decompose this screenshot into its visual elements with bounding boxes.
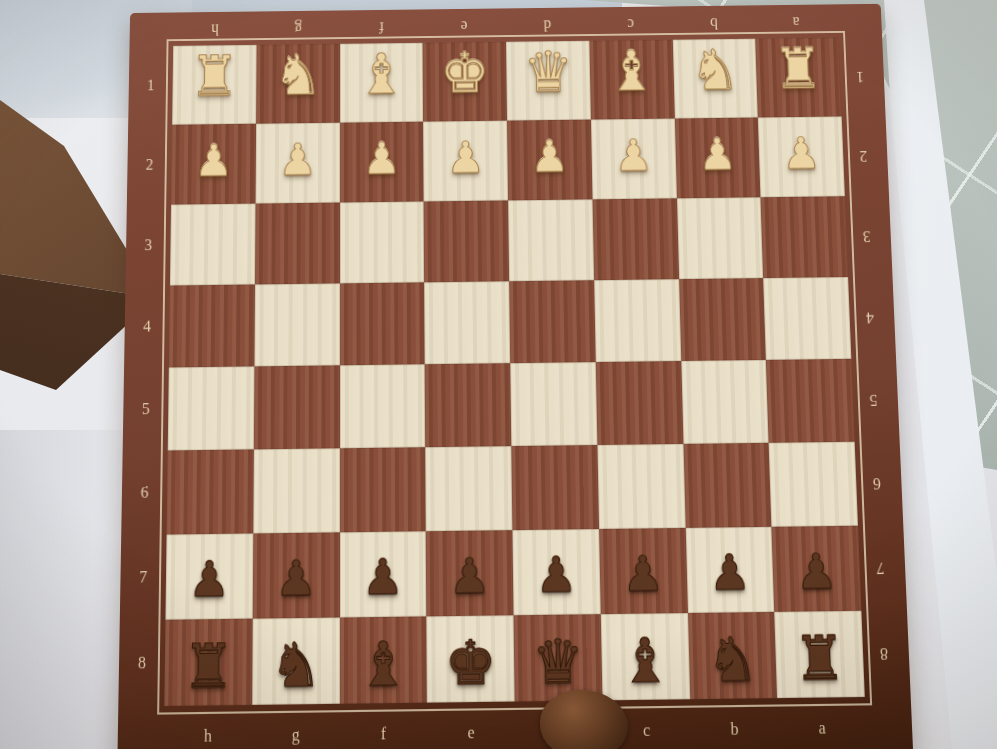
piece-black-pawn-b7[interactable]: ♟ xyxy=(708,547,751,596)
file-label-d-flipped: d xyxy=(506,12,589,38)
square-c3[interactable] xyxy=(592,198,678,280)
file-label-f: f xyxy=(339,720,427,749)
square-e5[interactable] xyxy=(425,363,511,447)
square-h6[interactable] xyxy=(167,449,254,534)
square-a4[interactable] xyxy=(763,277,851,360)
square-b6[interactable] xyxy=(683,443,772,528)
square-e2[interactable]: ♟ xyxy=(423,121,508,202)
square-f1[interactable]: ♝ xyxy=(340,43,424,123)
rank-label-5-flipped: 5 xyxy=(858,358,889,441)
piece-white-knight-b1[interactable]: ♞ xyxy=(689,42,740,98)
piece-black-pawn-g7[interactable]: ♟ xyxy=(275,553,317,602)
square-b4[interactable] xyxy=(679,278,766,361)
file-label-g: g xyxy=(252,721,340,749)
file-label-e: e xyxy=(427,718,515,747)
piece-black-pawn-c7[interactable]: ♟ xyxy=(622,548,665,597)
square-g8[interactable]: ♞ xyxy=(252,618,340,705)
square-c4[interactable] xyxy=(594,279,681,362)
piece-black-bishop-f8[interactable]: ♝ xyxy=(357,633,409,695)
square-e8[interactable]: ♚ xyxy=(427,615,515,702)
square-d3[interactable] xyxy=(508,199,594,281)
square-f3[interactable] xyxy=(340,201,425,283)
square-a3[interactable] xyxy=(761,196,848,278)
rank-label-8: 8 xyxy=(127,620,156,707)
piece-white-pawn-a2[interactable]: ♟ xyxy=(781,131,821,175)
rank-label-4-flipped: 4 xyxy=(855,277,886,359)
piece-white-queen-d1[interactable]: ♛ xyxy=(523,44,573,100)
square-h4[interactable] xyxy=(169,284,255,367)
piece-white-pawn-g2[interactable]: ♟ xyxy=(278,137,317,181)
piece-black-queen-d8[interactable]: ♛ xyxy=(531,631,584,693)
rank-label-3-flipped: 3 xyxy=(852,196,882,277)
piece-white-pawn-h2[interactable]: ♟ xyxy=(194,138,233,182)
square-a7[interactable]: ♟ xyxy=(772,526,862,612)
square-e4[interactable] xyxy=(424,281,510,364)
square-a2[interactable]: ♟ xyxy=(758,116,845,197)
square-d4[interactable] xyxy=(509,280,595,363)
square-d8[interactable]: ♛ xyxy=(514,614,603,701)
rank-label-1-flipped: 1 xyxy=(845,37,875,116)
square-b8[interactable]: ♞ xyxy=(687,612,777,699)
file-label-h-flipped: h xyxy=(173,16,256,42)
square-d6[interactable] xyxy=(511,445,599,530)
square-g1[interactable]: ♞ xyxy=(256,44,340,124)
piece-black-pawn-e7[interactable]: ♟ xyxy=(449,551,491,600)
square-a6[interactable] xyxy=(769,442,858,527)
rank-label-3: 3 xyxy=(134,205,162,286)
square-b1[interactable]: ♞ xyxy=(672,39,758,119)
piece-white-pawn-d2[interactable]: ♟ xyxy=(530,134,569,178)
square-e6[interactable] xyxy=(425,446,512,531)
coords-bottom: hgfedcba xyxy=(164,714,867,749)
square-c2[interactable]: ♟ xyxy=(591,119,677,200)
piece-black-pawn-h7[interactable]: ♟ xyxy=(188,554,230,603)
rank-label-6-flipped: 6 xyxy=(862,441,893,525)
square-h1[interactable]: ♜ xyxy=(172,45,256,125)
square-e7[interactable]: ♟ xyxy=(426,530,514,616)
square-f7[interactable]: ♟ xyxy=(340,531,427,617)
square-c7[interactable]: ♟ xyxy=(599,528,688,614)
square-f6[interactable] xyxy=(340,447,426,532)
square-g5[interactable] xyxy=(254,365,340,449)
square-g3[interactable] xyxy=(255,203,340,285)
rank-label-5: 5 xyxy=(131,368,160,451)
rank-label-7: 7 xyxy=(129,535,158,621)
square-h5[interactable] xyxy=(168,366,254,450)
square-h8[interactable]: ♜ xyxy=(164,619,252,706)
square-f4[interactable] xyxy=(340,282,425,365)
piece-white-pawn-f2[interactable]: ♟ xyxy=(362,136,401,180)
rank-label-7-flipped: 7 xyxy=(865,525,896,610)
piece-black-knight-g8[interactable]: ♞ xyxy=(270,634,322,696)
square-a8[interactable]: ♜ xyxy=(774,611,864,698)
square-b2[interactable]: ♟ xyxy=(674,117,760,198)
file-label-b: b xyxy=(690,715,779,744)
piece-white-pawn-c2[interactable]: ♟ xyxy=(614,133,654,177)
file-label-f-flipped: f xyxy=(340,14,423,40)
rank-label-1: 1 xyxy=(137,46,165,125)
rank-label-4: 4 xyxy=(133,286,161,368)
square-c1[interactable]: ♝ xyxy=(589,40,674,120)
square-h3[interactable] xyxy=(170,204,255,286)
square-d2[interactable]: ♟ xyxy=(507,120,592,201)
square-b7[interactable]: ♟ xyxy=(685,527,774,613)
rank-label-8-flipped: 8 xyxy=(868,610,899,697)
square-g6[interactable] xyxy=(253,448,339,533)
piece-white-bishop-c1[interactable]: ♝ xyxy=(606,43,657,99)
square-e1[interactable]: ♚ xyxy=(423,42,507,122)
square-g4[interactable] xyxy=(254,283,339,366)
piece-white-king-e1[interactable]: ♚ xyxy=(440,45,490,101)
square-d5[interactable] xyxy=(510,362,597,446)
piece-white-rook-a1[interactable]: ♜ xyxy=(772,41,823,97)
piece-black-pawn-d7[interactable]: ♟ xyxy=(535,549,577,598)
square-c6[interactable] xyxy=(597,444,685,529)
board-grid: ♜♞♝♚♛♝♞♜♟♟♟♟♟♟♟♟♟♟♟♟♟♟♟♟♜♞♝♚♛♝♞♜ xyxy=(164,38,865,706)
file-label-e-flipped: e xyxy=(423,13,506,39)
square-g7[interactable]: ♟ xyxy=(252,532,339,618)
piece-black-knight-b8[interactable]: ♞ xyxy=(706,629,760,691)
piece-black-pawn-a7[interactable]: ♟ xyxy=(795,546,838,595)
piece-white-knight-g1[interactable]: ♞ xyxy=(273,47,323,103)
file-label-a-flipped: a xyxy=(754,9,838,35)
piece-black-pawn-f7[interactable]: ♟ xyxy=(362,552,404,601)
square-h7[interactable]: ♟ xyxy=(165,533,253,619)
square-e3[interactable] xyxy=(424,200,509,282)
square-f2[interactable]: ♟ xyxy=(340,122,424,203)
rank-label-6: 6 xyxy=(130,451,159,535)
square-d7[interactable]: ♟ xyxy=(512,529,600,615)
square-b3[interactable] xyxy=(676,197,763,279)
square-g2[interactable]: ♟ xyxy=(255,123,339,204)
coords-top: hgfedcba xyxy=(173,9,838,42)
scene: { "game": "chess", "position": { "fen": … xyxy=(0,0,997,749)
piece-black-bishop-c8[interactable]: ♝ xyxy=(619,630,672,692)
piece-white-pawn-e2[interactable]: ♟ xyxy=(446,135,485,179)
file-label-b-flipped: b xyxy=(672,10,756,36)
piece-black-rook-h8[interactable]: ♜ xyxy=(182,636,234,698)
rank-label-2-flipped: 2 xyxy=(848,116,878,196)
square-b5[interactable] xyxy=(681,360,769,444)
chess-board: hgfedcba hgfedcba 12345678 12345678 ♜♞♝♚… xyxy=(117,4,913,749)
square-a1[interactable]: ♜ xyxy=(755,38,841,118)
piece-black-rook-a8[interactable]: ♜ xyxy=(793,628,847,690)
square-c5[interactable] xyxy=(596,361,683,445)
square-h2[interactable]: ♟ xyxy=(171,124,256,205)
file-label-c-flipped: c xyxy=(589,11,673,37)
piece-black-king-e8[interactable]: ♚ xyxy=(444,632,496,694)
piece-white-pawn-b2[interactable]: ♟ xyxy=(697,132,737,176)
piece-white-bishop-f1[interactable]: ♝ xyxy=(357,46,407,102)
square-f5[interactable] xyxy=(340,364,426,448)
file-label-h: h xyxy=(164,722,252,749)
square-a5[interactable] xyxy=(766,359,855,443)
square-c8[interactable]: ♝ xyxy=(601,613,690,700)
coords-left: 12345678 xyxy=(127,46,164,707)
square-f8[interactable]: ♝ xyxy=(339,616,427,703)
file-label-a: a xyxy=(778,714,867,743)
square-d1[interactable]: ♛ xyxy=(506,41,591,121)
rank-label-2: 2 xyxy=(135,125,163,205)
piece-white-rook-h1[interactable]: ♜ xyxy=(189,48,239,104)
file-label-g-flipped: g xyxy=(256,15,339,41)
